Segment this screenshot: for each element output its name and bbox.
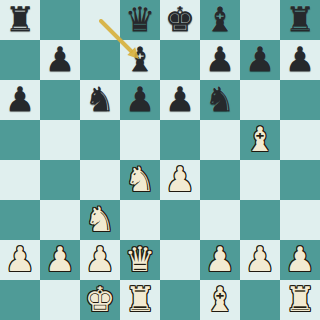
square-d4[interactable]: ♞	[120, 160, 160, 200]
square-c8[interactable]	[80, 0, 120, 40]
black-pawn: ♟	[205, 42, 235, 76]
chess-board: ♜♛♚♝♜♟♝♟♟♟♟♞♟♟♞♝♞♟♞♟♟♟♛♟♟♟♚♜♝♜	[0, 0, 320, 320]
square-d8[interactable]: ♛	[120, 0, 160, 40]
white-bishop: ♝	[245, 122, 275, 156]
square-e3[interactable]	[160, 200, 200, 240]
square-d3[interactable]	[120, 200, 160, 240]
square-e6[interactable]: ♟	[160, 80, 200, 120]
square-a2[interactable]: ♟	[0, 240, 40, 280]
white-pawn: ♟	[245, 242, 275, 276]
square-f6[interactable]: ♞	[200, 80, 240, 120]
square-f2[interactable]: ♟	[200, 240, 240, 280]
square-h1[interactable]: ♜	[280, 280, 320, 320]
square-d7[interactable]: ♝	[120, 40, 160, 80]
square-g3[interactable]	[240, 200, 280, 240]
black-pawn: ♟	[245, 42, 275, 76]
white-pawn: ♟	[85, 242, 115, 276]
square-c1[interactable]: ♚	[80, 280, 120, 320]
square-g8[interactable]	[240, 0, 280, 40]
square-c7[interactable]	[80, 40, 120, 80]
square-g4[interactable]	[240, 160, 280, 200]
square-a7[interactable]	[0, 40, 40, 80]
square-b6[interactable]	[40, 80, 80, 120]
square-f5[interactable]	[200, 120, 240, 160]
black-bishop: ♝	[125, 42, 155, 76]
square-h5[interactable]	[280, 120, 320, 160]
square-e2[interactable]	[160, 240, 200, 280]
white-rook: ♜	[285, 282, 315, 316]
square-a4[interactable]	[0, 160, 40, 200]
square-g1[interactable]	[240, 280, 280, 320]
white-pawn: ♟	[45, 242, 75, 276]
square-d2[interactable]: ♛	[120, 240, 160, 280]
square-f8[interactable]: ♝	[200, 0, 240, 40]
black-queen: ♛	[125, 2, 155, 36]
square-b3[interactable]	[40, 200, 80, 240]
black-pawn: ♟	[125, 82, 155, 116]
square-b2[interactable]: ♟	[40, 240, 80, 280]
square-g7[interactable]: ♟	[240, 40, 280, 80]
square-c4[interactable]	[80, 160, 120, 200]
white-knight: ♞	[125, 162, 155, 196]
square-c6[interactable]: ♞	[80, 80, 120, 120]
black-rook: ♜	[285, 2, 315, 36]
black-knight: ♞	[205, 82, 235, 116]
square-a3[interactable]	[0, 200, 40, 240]
black-pawn: ♟	[165, 82, 195, 116]
square-d1[interactable]: ♜	[120, 280, 160, 320]
white-pawn: ♟	[5, 242, 35, 276]
square-d5[interactable]	[120, 120, 160, 160]
white-pawn: ♟	[285, 242, 315, 276]
square-e5[interactable]	[160, 120, 200, 160]
white-knight: ♞	[85, 202, 115, 236]
square-c2[interactable]: ♟	[80, 240, 120, 280]
square-a8[interactable]: ♜	[0, 0, 40, 40]
white-queen: ♛	[125, 242, 155, 276]
square-c5[interactable]	[80, 120, 120, 160]
black-knight: ♞	[85, 82, 115, 116]
white-pawn: ♟	[205, 242, 235, 276]
square-h6[interactable]	[280, 80, 320, 120]
square-g2[interactable]: ♟	[240, 240, 280, 280]
square-e8[interactable]: ♚	[160, 0, 200, 40]
black-bishop: ♝	[205, 2, 235, 36]
square-a6[interactable]: ♟	[0, 80, 40, 120]
square-f7[interactable]: ♟	[200, 40, 240, 80]
black-king: ♚	[165, 2, 195, 36]
square-f1[interactable]: ♝	[200, 280, 240, 320]
square-g6[interactable]	[240, 80, 280, 120]
square-b1[interactable]	[40, 280, 80, 320]
square-c3[interactable]: ♞	[80, 200, 120, 240]
square-e1[interactable]	[160, 280, 200, 320]
square-f4[interactable]	[200, 160, 240, 200]
square-f3[interactable]	[200, 200, 240, 240]
white-rook: ♜	[125, 282, 155, 316]
square-h4[interactable]	[280, 160, 320, 200]
square-b4[interactable]	[40, 160, 80, 200]
square-a1[interactable]	[0, 280, 40, 320]
black-pawn: ♟	[285, 42, 315, 76]
square-h8[interactable]: ♜	[280, 0, 320, 40]
square-b5[interactable]	[40, 120, 80, 160]
square-g5[interactable]: ♝	[240, 120, 280, 160]
black-rook: ♜	[5, 2, 35, 36]
black-pawn: ♟	[45, 42, 75, 76]
square-h2[interactable]: ♟	[280, 240, 320, 280]
white-pawn: ♟	[165, 162, 195, 196]
square-e7[interactable]	[160, 40, 200, 80]
white-king: ♚	[85, 282, 115, 316]
square-b8[interactable]	[40, 0, 80, 40]
square-e4[interactable]: ♟	[160, 160, 200, 200]
square-b7[interactable]: ♟	[40, 40, 80, 80]
square-d6[interactable]: ♟	[120, 80, 160, 120]
black-pawn: ♟	[5, 82, 35, 116]
square-a5[interactable]	[0, 120, 40, 160]
square-h3[interactable]	[280, 200, 320, 240]
square-h7[interactable]: ♟	[280, 40, 320, 80]
white-bishop: ♝	[205, 282, 235, 316]
